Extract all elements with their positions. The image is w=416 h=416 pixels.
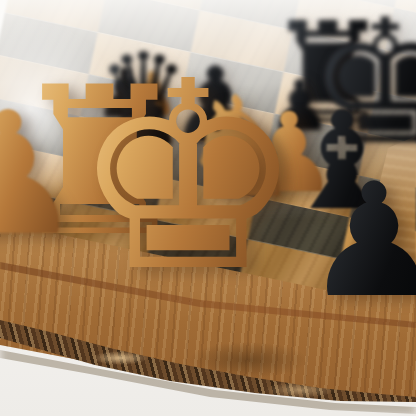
chess-photo-scene: ♟♜♚♞♟♟♟♛♟♟♟♜♚♝♟ [0,0,416,416]
piece-white-king[interactable]: ♚ [71,47,304,307]
piece-black-pawn[interactable]: ♟ [304,162,416,319]
pieces-layer: ♟♜♚♞♟♟♟♛♟♟♟♜♚♝♟ [0,0,416,416]
